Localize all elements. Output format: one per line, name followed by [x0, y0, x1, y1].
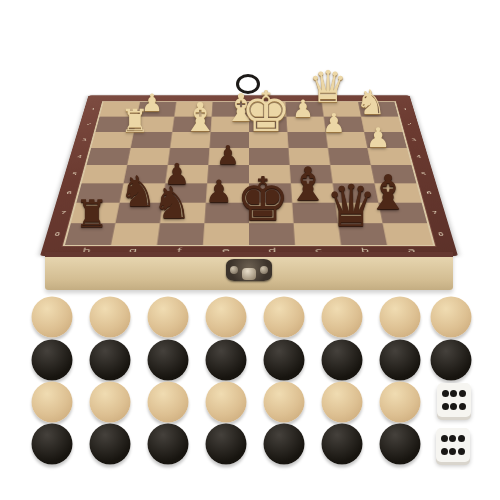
clasp-screw-icon — [260, 266, 268, 274]
clasp-tongue-icon — [242, 268, 256, 280]
die-pip — [459, 403, 466, 410]
rank-label-4: 4 — [407, 148, 431, 165]
light-king-d2: ♚ — [241, 84, 291, 140]
rank-label-5: 5 — [411, 165, 436, 183]
light-checker — [90, 297, 131, 338]
die-pip — [458, 448, 465, 455]
dark-king-d7: ♚ — [236, 169, 290, 229]
black-checker — [264, 340, 305, 381]
die-showing-6 — [436, 428, 470, 462]
die-pip — [442, 403, 449, 410]
black-checker — [264, 424, 305, 465]
light-checker — [264, 382, 305, 423]
black-checker — [90, 424, 131, 465]
light-checker — [431, 297, 472, 338]
light-checker — [380, 382, 421, 423]
light-checker — [148, 297, 189, 338]
light-checker — [380, 297, 421, 338]
die-pip — [449, 448, 456, 455]
rank-label-3: 3 — [402, 132, 425, 148]
clasp-latch — [226, 259, 272, 281]
clasp-screw-icon — [230, 266, 238, 274]
black-checker — [322, 340, 363, 381]
light-checker — [32, 382, 73, 423]
black-checker — [206, 340, 247, 381]
die-pip — [450, 403, 457, 410]
light-queen-b1: ♛ — [308, 65, 347, 109]
light-checker — [322, 382, 363, 423]
light-checker — [264, 297, 305, 338]
rank-label-1: 1 — [394, 102, 415, 117]
dark-knight-g6: ♞ — [119, 171, 157, 213]
die-pip — [459, 390, 466, 397]
rank-label-7: 7 — [422, 203, 449, 224]
dark-bishop-a6: ♝ — [366, 168, 409, 216]
dark-rook-h8: ♜ — [75, 195, 109, 233]
rank-label-8: 8 — [427, 223, 455, 245]
die-pip — [441, 435, 448, 442]
black-checker — [431, 340, 472, 381]
light-bishop-f2: ♝ — [182, 97, 218, 137]
light-checker — [32, 297, 73, 338]
rank-label-2: 2 — [398, 117, 420, 132]
black-checker — [32, 340, 73, 381]
product-photo-chess-set: 12345678 12345678 hgfedcba ♜♟♝♝♚♟♛♟♞♟♜♞♞… — [0, 0, 500, 500]
dark-bishop-c6: ♝ — [287, 161, 328, 207]
die-pip — [442, 390, 449, 397]
die-pip — [450, 390, 457, 397]
light-pawn-b2: ♟ — [322, 110, 345, 136]
black-checker — [206, 424, 247, 465]
box-front-face — [45, 252, 453, 290]
dark-pawn-e6: ♟ — [205, 176, 233, 207]
black-checker — [380, 340, 421, 381]
die-pip — [458, 435, 465, 442]
rank-label-6: 6 — [416, 183, 442, 202]
black-checker — [32, 424, 73, 465]
die-showing-6 — [437, 383, 471, 417]
black-checker — [90, 340, 131, 381]
black-checker — [322, 424, 363, 465]
light-checker — [206, 297, 247, 338]
black-checker — [148, 340, 189, 381]
light-checker — [322, 297, 363, 338]
light-knight-a1: ♞ — [356, 85, 386, 119]
black-checker — [380, 424, 421, 465]
dark-pawn-f5: ♟ — [164, 160, 190, 189]
die-pip — [449, 435, 456, 442]
light-pawn-g1: ♟ — [141, 91, 163, 115]
black-checker — [148, 424, 189, 465]
light-checker — [90, 382, 131, 423]
light-pawn-a3: ♟ — [366, 124, 390, 151]
light-checker — [148, 382, 189, 423]
die-pip — [441, 448, 448, 455]
light-checker — [206, 382, 247, 423]
